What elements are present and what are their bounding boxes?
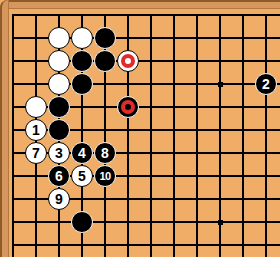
circle-mark [121, 54, 135, 68]
stone-black [71, 50, 93, 72]
stone-move-number: 6 [55, 169, 63, 183]
stone-black [71, 211, 93, 233]
stone-white [25, 96, 47, 118]
grid-line-horizontal [12, 14, 280, 16]
stone-white-1: 1 [25, 119, 47, 141]
go-board-diagram: 21734865109 [0, 0, 280, 257]
star-point [218, 220, 223, 225]
stone-black [71, 73, 93, 95]
stone-black-4: 4 [71, 142, 93, 164]
stone-white [48, 73, 70, 95]
stone-black-2: 2 [255, 73, 277, 95]
grid-line-horizontal [12, 221, 280, 223]
stone-white-7: 7 [25, 142, 47, 164]
stone-move-number: 7 [32, 146, 40, 160]
stone-black-10: 10 [94, 165, 116, 187]
grid-line-horizontal [12, 244, 280, 246]
stone-move-number: 3 [55, 146, 63, 160]
stone-move-number: 5 [78, 169, 86, 183]
stone-move-number: 8 [101, 146, 109, 160]
stone-white-3: 3 [48, 142, 70, 164]
stone-black [48, 119, 70, 141]
star-point [218, 82, 223, 87]
stone-white-5: 5 [71, 165, 93, 187]
stone-black [94, 50, 116, 72]
stone-black-8: 8 [94, 142, 116, 164]
circle-mark [121, 100, 135, 114]
stone-white [48, 27, 70, 49]
stone-white [71, 27, 93, 49]
stone-white-9: 9 [48, 188, 70, 210]
stone-move-number: 10 [99, 171, 110, 182]
stone-move-number: 2 [262, 77, 270, 91]
stone-move-number: 1 [32, 123, 40, 137]
stone-black [117, 96, 139, 118]
board-frame-left [0, 0, 9, 257]
stone-black-6: 6 [48, 165, 70, 187]
stone-move-number: 4 [78, 146, 86, 160]
stone-white [117, 50, 139, 72]
stone-move-number: 9 [55, 192, 63, 206]
stone-black [94, 27, 116, 49]
stone-black [48, 96, 70, 118]
stone-white [48, 50, 70, 72]
board-frame-top [0, 0, 280, 9]
